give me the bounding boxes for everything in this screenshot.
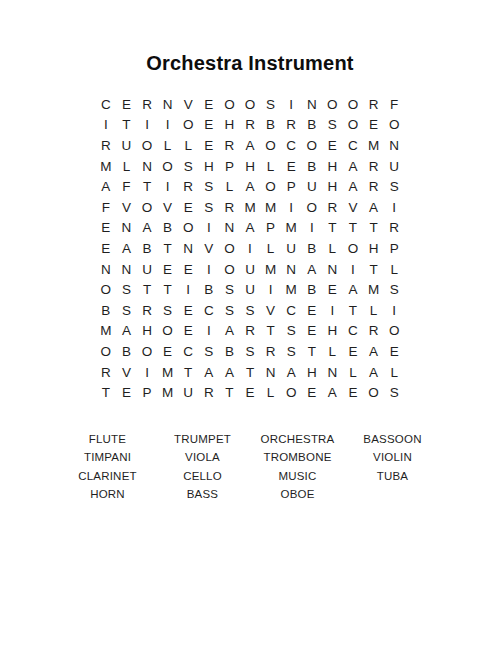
grid-cell[interactable]: T bbox=[260, 321, 281, 342]
grid-cell[interactable]: S bbox=[384, 176, 405, 197]
grid-cell[interactable]: A bbox=[363, 362, 384, 383]
grid-cell[interactable]: O bbox=[96, 279, 117, 300]
grid-cell[interactable]: E bbox=[96, 218, 117, 239]
grid-cell[interactable]: O bbox=[178, 218, 199, 239]
grid-cell[interactable]: S bbox=[178, 156, 199, 177]
grid-cell[interactable]: R bbox=[363, 156, 384, 177]
grid-cell[interactable]: T bbox=[322, 218, 343, 239]
grid-cell[interactable]: O bbox=[301, 135, 322, 156]
worksheet-page: Orchestra Instrument CERNVEOOSINOORFITII… bbox=[0, 0, 500, 647]
grid-cell[interactable]: I bbox=[301, 218, 322, 239]
grid-cell[interactable]: I bbox=[281, 94, 302, 115]
grid-cell[interactable]: H bbox=[240, 156, 261, 177]
word-list-column: FLUTETIMPANICLARINETHORN bbox=[60, 430, 155, 504]
grid-cell[interactable]: M bbox=[260, 259, 281, 280]
grid-cell[interactable]: B bbox=[301, 115, 322, 136]
grid-cell[interactable]: E bbox=[301, 382, 322, 403]
grid-cell[interactable]: M bbox=[157, 362, 178, 383]
grid-cell[interactable]: R bbox=[322, 197, 343, 218]
grid-cell[interactable]: L bbox=[322, 341, 343, 362]
word-list-item: BASS bbox=[155, 485, 250, 503]
grid-cell[interactable]: S bbox=[384, 279, 405, 300]
grid-cell[interactable]: M bbox=[240, 197, 261, 218]
word-list-item: TROMBONE bbox=[250, 448, 345, 466]
grid-cell[interactable]: I bbox=[343, 259, 364, 280]
grid-cell[interactable]: R bbox=[219, 135, 240, 156]
grid-cell[interactable]: R bbox=[384, 218, 405, 239]
grid-cell[interactable]: T bbox=[219, 382, 240, 403]
grid-cell[interactable]: O bbox=[137, 135, 158, 156]
grid-cell[interactable]: H bbox=[219, 115, 240, 136]
grid-cell[interactable]: U bbox=[137, 259, 158, 280]
grid-cell[interactable]: O bbox=[137, 197, 158, 218]
grid-cell[interactable]: A bbox=[363, 197, 384, 218]
grid-cell[interactable]: O bbox=[281, 382, 302, 403]
word-list-item: OBOE bbox=[250, 485, 345, 503]
grid-cell[interactable]: E bbox=[199, 115, 220, 136]
grid-cell[interactable]: U bbox=[116, 135, 137, 156]
grid-cell[interactable]: L bbox=[260, 238, 281, 259]
grid-cell[interactable]: S bbox=[240, 341, 261, 362]
grid-cell[interactable]: B bbox=[301, 156, 322, 177]
grid-cell[interactable]: S bbox=[281, 341, 302, 362]
grid-cell[interactable]: M bbox=[281, 279, 302, 300]
grid-cell[interactable]: I bbox=[384, 300, 405, 321]
grid-cell[interactable]: A bbox=[219, 321, 240, 342]
grid-cell[interactable]: M bbox=[260, 197, 281, 218]
grid-cell[interactable]: E bbox=[301, 321, 322, 342]
grid-cell[interactable]: S bbox=[260, 94, 281, 115]
word-list-item: FLUTE bbox=[60, 430, 155, 448]
grid-cell[interactable]: E bbox=[157, 259, 178, 280]
grid-cell[interactable]: V bbox=[116, 197, 137, 218]
word-list-column: TRUMPETVIOLACELLOBASS bbox=[155, 430, 250, 504]
grid-cell[interactable]: E bbox=[116, 94, 137, 115]
grid-cell[interactable]: A bbox=[281, 362, 302, 383]
grid-cell[interactable]: I bbox=[199, 218, 220, 239]
grid-cell[interactable]: P bbox=[384, 238, 405, 259]
grid-cell[interactable]: H bbox=[322, 321, 343, 342]
word-list-item: CLARINET bbox=[60, 467, 155, 485]
grid-cell[interactable]: C bbox=[96, 94, 117, 115]
grid-cell[interactable]: H bbox=[363, 238, 384, 259]
grid-cell[interactable]: O bbox=[219, 238, 240, 259]
grid-cell[interactable]: V bbox=[260, 300, 281, 321]
grid-cell[interactable]: S bbox=[116, 279, 137, 300]
grid-cell[interactable]: R bbox=[363, 94, 384, 115]
word-list-item: ORCHESTRA bbox=[250, 430, 345, 448]
grid-cell[interactable]: V bbox=[178, 94, 199, 115]
grid-cell[interactable]: E bbox=[96, 238, 117, 259]
grid-cell[interactable]: N bbox=[116, 259, 137, 280]
grid-cell[interactable]: P bbox=[219, 156, 240, 177]
grid-cell[interactable]: N bbox=[301, 94, 322, 115]
grid-cell[interactable]: T bbox=[363, 259, 384, 280]
grid-cell[interactable]: N bbox=[281, 259, 302, 280]
grid-cell[interactable]: A bbox=[116, 238, 137, 259]
grid-cell[interactable]: S bbox=[199, 197, 220, 218]
grid-cell[interactable]: S bbox=[322, 115, 343, 136]
grid-cell[interactable]: M bbox=[363, 279, 384, 300]
grid-cell[interactable]: E bbox=[199, 135, 220, 156]
word-list-item: TRUMPET bbox=[155, 430, 250, 448]
grid-cell[interactable]: T bbox=[301, 341, 322, 362]
grid-cell[interactable]: I bbox=[199, 321, 220, 342]
grid-cell[interactable]: E bbox=[157, 341, 178, 362]
grid-cell[interactable]: S bbox=[240, 300, 261, 321]
grid-cell[interactable]: C bbox=[178, 341, 199, 362]
word-list-item: VIOLA bbox=[155, 448, 250, 466]
grid-cell[interactable]: E bbox=[281, 156, 302, 177]
grid-cell[interactable]: C bbox=[281, 135, 302, 156]
grid-cell[interactable]: I bbox=[137, 362, 158, 383]
grid-cell[interactable]: R bbox=[96, 362, 117, 383]
grid-cell[interactable]: E bbox=[116, 382, 137, 403]
grid-cell[interactable]: I bbox=[157, 176, 178, 197]
grid-cell[interactable]: M bbox=[96, 156, 117, 177]
grid-cell[interactable]: T bbox=[96, 382, 117, 403]
grid-cell[interactable]: O bbox=[137, 341, 158, 362]
grid-cell[interactable]: E bbox=[343, 382, 364, 403]
grid-cell[interactable]: V bbox=[199, 238, 220, 259]
grid-cell[interactable]: C bbox=[343, 321, 364, 342]
word-list-item: VIOLIN bbox=[345, 448, 440, 466]
grid-cell[interactable]: P bbox=[137, 382, 158, 403]
grid-cell[interactable]: E bbox=[384, 341, 405, 362]
grid-cell[interactable]: O bbox=[96, 341, 117, 362]
grid-cell[interactable]: H bbox=[137, 321, 158, 342]
grid-cell[interactable]: U bbox=[240, 259, 261, 280]
grid-cell[interactable]: N bbox=[157, 94, 178, 115]
grid-cell[interactable]: M bbox=[363, 135, 384, 156]
grid-cell[interactable]: R bbox=[281, 115, 302, 136]
word-search-grid: CERNVEOOSINOORFITIIOEHRBRBSOEORUOLLERAOC… bbox=[96, 94, 405, 403]
grid-cell[interactable]: B bbox=[157, 218, 178, 239]
grid-cell[interactable]: U bbox=[281, 238, 302, 259]
grid-cell[interactable]: S bbox=[219, 300, 240, 321]
grid-cell[interactable]: B bbox=[260, 115, 281, 136]
grid-cell[interactable]: S bbox=[157, 300, 178, 321]
grid-cell[interactable]: A bbox=[199, 362, 220, 383]
grid-cell[interactable]: L bbox=[260, 382, 281, 403]
grid-cell[interactable]: H bbox=[301, 362, 322, 383]
grid-cell[interactable]: T bbox=[137, 279, 158, 300]
grid-cell[interactable]: R bbox=[363, 321, 384, 342]
grid-cell[interactable]: B bbox=[116, 341, 137, 362]
grid-cell[interactable]: E bbox=[199, 94, 220, 115]
grid-cell[interactable]: I bbox=[260, 279, 281, 300]
grid-cell[interactable]: F bbox=[116, 176, 137, 197]
grid-cell[interactable]: E bbox=[240, 382, 261, 403]
grid-cell[interactable]: E bbox=[178, 300, 199, 321]
grid-cell[interactable]: A bbox=[363, 341, 384, 362]
grid-cell[interactable]: R bbox=[199, 382, 220, 403]
grid-cell[interactable]: R bbox=[219, 197, 240, 218]
grid-cell[interactable]: N bbox=[96, 259, 117, 280]
grid-cell[interactable]: L bbox=[322, 238, 343, 259]
grid-cell[interactable]: P bbox=[260, 218, 281, 239]
grid-cell[interactable]: E bbox=[301, 300, 322, 321]
grid-cell[interactable]: R bbox=[178, 176, 199, 197]
grid-cell[interactable]: O bbox=[178, 115, 199, 136]
grid-cell[interactable]: A bbox=[343, 279, 364, 300]
grid-cell[interactable]: H bbox=[322, 176, 343, 197]
grid-cell[interactable]: S bbox=[199, 341, 220, 362]
word-list: FLUTETIMPANICLARINETHORNTRUMPETVIOLACELL… bbox=[60, 430, 440, 504]
word-list-item: MUSIC bbox=[250, 467, 345, 485]
grid-cell[interactable]: R bbox=[137, 94, 158, 115]
grid-cell[interactable]: N bbox=[322, 362, 343, 383]
grid-cell[interactable]: O bbox=[384, 115, 405, 136]
grid-cell[interactable]: R bbox=[240, 321, 261, 342]
grid-cell[interactable]: I bbox=[240, 238, 261, 259]
grid-cell[interactable]: A bbox=[301, 259, 322, 280]
grid-cell[interactable]: E bbox=[178, 259, 199, 280]
grid-cell[interactable]: F bbox=[384, 94, 405, 115]
grid-cell[interactable]: F bbox=[96, 197, 117, 218]
grid-cell[interactable]: N bbox=[178, 238, 199, 259]
grid-cell[interactable]: A bbox=[343, 176, 364, 197]
grid-cell[interactable]: O bbox=[260, 135, 281, 156]
grid-cell[interactable]: A bbox=[343, 156, 364, 177]
grid-cell[interactable]: O bbox=[219, 259, 240, 280]
word-list-item: TIMPANI bbox=[60, 448, 155, 466]
grid-cell[interactable]: T bbox=[343, 300, 364, 321]
grid-cell[interactable]: A bbox=[116, 321, 137, 342]
grid-cell[interactable]: M bbox=[96, 321, 117, 342]
grid-cell[interactable]: H bbox=[322, 156, 343, 177]
grid-cell[interactable]: T bbox=[116, 115, 137, 136]
grid-cell[interactable]: A bbox=[240, 218, 261, 239]
grid-cell[interactable]: O bbox=[343, 115, 364, 136]
grid-cell[interactable]: E bbox=[178, 321, 199, 342]
grid-cell[interactable]: M bbox=[281, 218, 302, 239]
grid-cell[interactable]: I bbox=[178, 279, 199, 300]
grid-cell[interactable]: C bbox=[281, 300, 302, 321]
grid-cell[interactable]: L bbox=[178, 135, 199, 156]
grid-cell[interactable]: L bbox=[116, 156, 137, 177]
grid-cell[interactable]: R bbox=[137, 300, 158, 321]
grid-cell[interactable]: E bbox=[178, 197, 199, 218]
grid-cell[interactable]: O bbox=[157, 156, 178, 177]
word-list-column: BASSOONVIOLINTUBA bbox=[345, 430, 440, 504]
grid-cell[interactable]: N bbox=[322, 259, 343, 280]
grid-cell[interactable]: E bbox=[343, 341, 364, 362]
grid-cell[interactable]: T bbox=[137, 176, 158, 197]
grid-cell[interactable]: B bbox=[96, 300, 117, 321]
grid-cell[interactable]: E bbox=[322, 279, 343, 300]
grid-cell[interactable]: S bbox=[199, 176, 220, 197]
grid-cell[interactable]: T bbox=[363, 218, 384, 239]
grid-cell[interactable]: O bbox=[301, 197, 322, 218]
grid-cell[interactable]: L bbox=[219, 176, 240, 197]
grid-cell[interactable]: T bbox=[157, 279, 178, 300]
puzzle-title: Orchestra Instrument bbox=[0, 0, 500, 76]
grid-cell[interactable]: A bbox=[322, 382, 343, 403]
grid-cell[interactable]: E bbox=[363, 115, 384, 136]
grid-cell[interactable]: B bbox=[199, 279, 220, 300]
grid-cell[interactable]: N bbox=[219, 218, 240, 239]
grid-cell[interactable]: R bbox=[96, 135, 117, 156]
word-list-column: ORCHESTRATROMBONEMUSICOBOE bbox=[250, 430, 345, 504]
grid-cell[interactable]: H bbox=[199, 156, 220, 177]
grid-cell[interactable]: N bbox=[116, 218, 137, 239]
word-list-item: HORN bbox=[60, 485, 155, 503]
grid-cell[interactable]: N bbox=[260, 362, 281, 383]
grid-cell[interactable]: R bbox=[260, 341, 281, 362]
grid-cell[interactable]: U bbox=[384, 156, 405, 177]
grid-cell[interactable]: N bbox=[384, 135, 405, 156]
grid-cell[interactable]: V bbox=[343, 197, 364, 218]
grid-cell[interactable]: U bbox=[240, 279, 261, 300]
grid-cell[interactable]: R bbox=[240, 115, 261, 136]
grid-cell[interactable]: O bbox=[260, 176, 281, 197]
grid-cell[interactable]: O bbox=[363, 382, 384, 403]
grid-cell[interactable]: V bbox=[116, 362, 137, 383]
grid-cell[interactable]: S bbox=[116, 300, 137, 321]
word-list-item: BASSOON bbox=[345, 430, 440, 448]
grid-cell[interactable]: I bbox=[281, 197, 302, 218]
grid-cell[interactable]: T bbox=[178, 362, 199, 383]
grid-cell[interactable]: B bbox=[137, 238, 158, 259]
grid-cell[interactable]: R bbox=[363, 176, 384, 197]
grid-cell[interactable]: O bbox=[384, 321, 405, 342]
grid-cell[interactable]: O bbox=[157, 321, 178, 342]
grid-cell[interactable]: S bbox=[219, 279, 240, 300]
word-list-item: CELLO bbox=[155, 467, 250, 485]
grid-cell[interactable]: I bbox=[384, 197, 405, 218]
grid-cell[interactable]: I bbox=[157, 115, 178, 136]
grid-cell[interactable]: O bbox=[219, 94, 240, 115]
grid-cell[interactable]: O bbox=[322, 94, 343, 115]
grid-cell[interactable]: A bbox=[240, 176, 261, 197]
grid-cell[interactable]: C bbox=[199, 300, 220, 321]
grid-cell[interactable]: B bbox=[301, 238, 322, 259]
grid-cell[interactable]: L bbox=[157, 135, 178, 156]
grid-cell[interactable]: T bbox=[157, 238, 178, 259]
grid-cell[interactable]: E bbox=[322, 135, 343, 156]
grid-cell[interactable]: U bbox=[301, 176, 322, 197]
grid-cell[interactable]: I bbox=[96, 115, 117, 136]
grid-cell[interactable]: L bbox=[343, 362, 364, 383]
grid-cell[interactable]: P bbox=[281, 176, 302, 197]
grid-cell[interactable]: O bbox=[343, 238, 364, 259]
grid-cell[interactable]: M bbox=[157, 382, 178, 403]
grid-cell[interactable]: L bbox=[363, 300, 384, 321]
grid-cell[interactable]: L bbox=[384, 259, 405, 280]
grid-cell[interactable]: I bbox=[199, 259, 220, 280]
grid-cell[interactable]: A bbox=[137, 218, 158, 239]
grid-cell[interactable]: T bbox=[240, 362, 261, 383]
grid-cell[interactable]: B bbox=[219, 341, 240, 362]
grid-cell[interactable]: V bbox=[157, 197, 178, 218]
grid-cell[interactable]: O bbox=[240, 94, 261, 115]
grid-cell[interactable]: N bbox=[137, 156, 158, 177]
grid-cell[interactable]: I bbox=[322, 300, 343, 321]
grid-cell[interactable]: L bbox=[384, 362, 405, 383]
grid-cell[interactable]: A bbox=[240, 135, 261, 156]
grid-cell[interactable]: B bbox=[301, 279, 322, 300]
grid-cell[interactable]: S bbox=[384, 382, 405, 403]
grid-cell[interactable]: U bbox=[178, 382, 199, 403]
word-list-item: TUBA bbox=[345, 467, 440, 485]
grid-cell[interactable]: O bbox=[343, 94, 364, 115]
grid-cell[interactable]: L bbox=[260, 156, 281, 177]
grid-cell[interactable]: C bbox=[343, 135, 364, 156]
grid-cell[interactable]: S bbox=[281, 321, 302, 342]
grid-cell[interactable]: A bbox=[96, 176, 117, 197]
grid-cell[interactable]: T bbox=[343, 218, 364, 239]
grid-cell[interactable]: A bbox=[219, 362, 240, 383]
grid-cell[interactable]: I bbox=[137, 115, 158, 136]
